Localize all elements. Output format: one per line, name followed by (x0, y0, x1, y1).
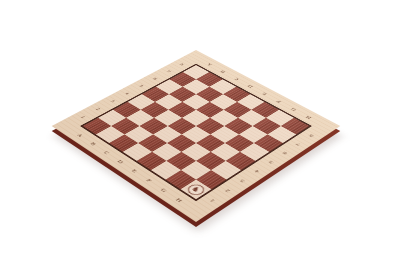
rank-label-right-6: 6 (282, 150, 290, 155)
file-label-top-g: G (290, 107, 298, 112)
rank-label-right-7: 7 (295, 142, 302, 147)
playing-field: ♞ (80, 64, 312, 202)
file-label-bottom-c: C (102, 150, 111, 155)
rank-label-left-1: 1 (79, 115, 87, 119)
rank-label-left-8: 8 (178, 63, 185, 67)
rank-label-right-4: 4 (254, 169, 262, 174)
rank-label-right-3: 3 (239, 178, 247, 183)
file-label-bottom-g: G (159, 187, 168, 193)
file-label-bottom-e: E (130, 168, 139, 173)
file-label-bottom-h: H (174, 197, 183, 203)
rank-label-left-4: 4 (123, 91, 130, 95)
rank-label-left-7: 7 (165, 70, 172, 74)
rank-label-right-1: 1 (209, 198, 217, 203)
file-label-bottom-d: D (116, 159, 125, 165)
rank-label-right-8: 8 (308, 133, 315, 137)
file-label-bottom-b: B (89, 141, 98, 146)
file-label-top-c: C (233, 76, 241, 80)
file-label-bottom-a: A (76, 133, 85, 138)
board-perspective-wrapper: AA11BB22CC33DD44EE55FF66GG77HH88 ♞ (94, 24, 298, 228)
chessboard-product-photo: AA11BB22CC33DD44EE55FF66GG77HH88 ♞ (0, 0, 400, 266)
file-label-top-h: H (305, 115, 313, 120)
file-label-top-b: B (220, 69, 228, 73)
rank-label-left-2: 2 (94, 107, 101, 111)
rank-label-right-5: 5 (268, 159, 276, 164)
rank-label-left-3: 3 (109, 99, 116, 103)
rank-label-right-2: 2 (224, 188, 232, 193)
file-label-top-a: A (206, 62, 214, 66)
rank-label-left-6: 6 (152, 77, 159, 81)
file-label-top-f: F (276, 99, 283, 103)
chess-board: AA11BB22CC33DD44EE55FF66GG77HH88 ♞ (52, 50, 340, 222)
knight-emblem-icon: ♞ (184, 182, 207, 197)
rank-label-left-5: 5 (138, 84, 145, 88)
knight-glyph: ♞ (189, 185, 202, 193)
file-label-top-d: D (247, 84, 255, 88)
file-label-top-e: E (261, 91, 269, 95)
file-label-bottom-f: F (145, 178, 153, 183)
